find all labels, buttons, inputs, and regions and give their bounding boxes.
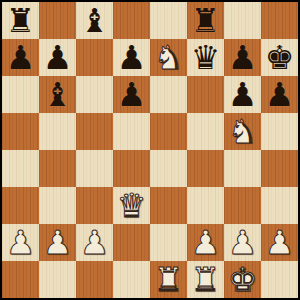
square-h4[interactable] xyxy=(261,150,298,187)
square-c4[interactable] xyxy=(76,150,113,187)
square-g3[interactable] xyxy=(224,187,261,224)
square-c8[interactable]: ♝ xyxy=(76,2,113,39)
square-a7[interactable]: ♟ xyxy=(2,39,39,76)
square-a4[interactable] xyxy=(2,150,39,187)
square-h8[interactable] xyxy=(261,2,298,39)
square-f6[interactable] xyxy=(187,76,224,113)
square-b7[interactable]: ♟ xyxy=(39,39,76,76)
square-d2[interactable] xyxy=(113,224,150,261)
square-g5[interactable]: ♞ xyxy=(224,113,261,150)
square-f4[interactable] xyxy=(187,150,224,187)
square-c6[interactable] xyxy=(76,76,113,113)
square-e3[interactable] xyxy=(150,187,187,224)
white-queen-icon[interactable]: ♛ xyxy=(117,187,147,224)
white-pawn-icon[interactable]: ♟ xyxy=(191,224,221,261)
square-e4[interactable] xyxy=(150,150,187,187)
black-queen-icon[interactable]: ♛ xyxy=(191,39,221,76)
square-g2[interactable]: ♟ xyxy=(224,224,261,261)
square-a1[interactable] xyxy=(2,261,39,298)
square-e8[interactable] xyxy=(150,2,187,39)
square-e1[interactable]: ♜ xyxy=(150,261,187,298)
square-b3[interactable] xyxy=(39,187,76,224)
square-f1[interactable]: ♜ xyxy=(187,261,224,298)
square-d3[interactable]: ♛ xyxy=(113,187,150,224)
black-bishop-icon[interactable]: ♝ xyxy=(43,76,73,113)
square-c2[interactable]: ♟ xyxy=(76,224,113,261)
square-f2[interactable]: ♟ xyxy=(187,224,224,261)
black-rook-icon[interactable]: ♜ xyxy=(191,2,221,39)
square-a8[interactable]: ♜ xyxy=(2,2,39,39)
square-a2[interactable]: ♟ xyxy=(2,224,39,261)
square-g1[interactable]: ♚ xyxy=(224,261,261,298)
white-knight-icon[interactable]: ♞ xyxy=(228,113,258,150)
square-b6[interactable]: ♝ xyxy=(39,76,76,113)
square-b4[interactable] xyxy=(39,150,76,187)
white-king-icon[interactable]: ♚ xyxy=(228,261,258,298)
square-a6[interactable] xyxy=(2,76,39,113)
white-pawn-icon[interactable]: ♟ xyxy=(265,224,295,261)
black-pawn-icon[interactable]: ♟ xyxy=(43,39,73,76)
white-knight-icon[interactable]: ♞ xyxy=(154,39,184,76)
chess-board: ♜♝♜♟♟♟♞♛♟♚♝♟♟♟♞♛♟♟♟♟♟♟♜♜♚ xyxy=(2,2,298,298)
square-c3[interactable] xyxy=(76,187,113,224)
white-rook-icon[interactable]: ♜ xyxy=(191,261,221,298)
black-pawn-icon[interactable]: ♟ xyxy=(265,76,295,113)
white-pawn-icon[interactable]: ♟ xyxy=(228,224,258,261)
square-d4[interactable] xyxy=(113,150,150,187)
square-g6[interactable]: ♟ xyxy=(224,76,261,113)
square-b8[interactable] xyxy=(39,2,76,39)
square-a3[interactable] xyxy=(2,187,39,224)
square-f3[interactable] xyxy=(187,187,224,224)
square-h1[interactable] xyxy=(261,261,298,298)
square-d6[interactable]: ♟ xyxy=(113,76,150,113)
square-e6[interactable] xyxy=(150,76,187,113)
square-f7[interactable]: ♛ xyxy=(187,39,224,76)
black-pawn-icon[interactable]: ♟ xyxy=(117,76,147,113)
square-d1[interactable] xyxy=(113,261,150,298)
white-pawn-icon[interactable]: ♟ xyxy=(43,224,73,261)
black-pawn-icon[interactable]: ♟ xyxy=(117,39,147,76)
black-bishop-icon[interactable]: ♝ xyxy=(80,2,110,39)
black-pawn-icon[interactable]: ♟ xyxy=(228,76,258,113)
square-b5[interactable] xyxy=(39,113,76,150)
square-e2[interactable] xyxy=(150,224,187,261)
square-h2[interactable]: ♟ xyxy=(261,224,298,261)
square-h7[interactable]: ♚ xyxy=(261,39,298,76)
square-b2[interactable]: ♟ xyxy=(39,224,76,261)
square-a5[interactable] xyxy=(2,113,39,150)
black-king-icon[interactable]: ♚ xyxy=(265,39,295,76)
black-pawn-icon[interactable]: ♟ xyxy=(6,39,36,76)
square-h3[interactable] xyxy=(261,187,298,224)
white-rook-icon[interactable]: ♜ xyxy=(154,261,184,298)
black-pawn-icon[interactable]: ♟ xyxy=(228,39,258,76)
white-pawn-icon[interactable]: ♟ xyxy=(6,224,36,261)
square-g4[interactable] xyxy=(224,150,261,187)
square-e7[interactable]: ♞ xyxy=(150,39,187,76)
square-c7[interactable] xyxy=(76,39,113,76)
square-d7[interactable]: ♟ xyxy=(113,39,150,76)
square-e5[interactable] xyxy=(150,113,187,150)
white-pawn-icon[interactable]: ♟ xyxy=(80,224,110,261)
black-rook-icon[interactable]: ♜ xyxy=(6,2,36,39)
square-h5[interactable] xyxy=(261,113,298,150)
square-f5[interactable] xyxy=(187,113,224,150)
square-c5[interactable] xyxy=(76,113,113,150)
square-h6[interactable]: ♟ xyxy=(261,76,298,113)
square-g7[interactable]: ♟ xyxy=(224,39,261,76)
square-c1[interactable] xyxy=(76,261,113,298)
square-f8[interactable]: ♜ xyxy=(187,2,224,39)
square-d8[interactable] xyxy=(113,2,150,39)
board-frame: ♜♝♜♟♟♟♞♛♟♚♝♟♟♟♞♛♟♟♟♟♟♟♜♜♚ xyxy=(0,0,300,300)
square-b1[interactable] xyxy=(39,261,76,298)
square-g8[interactable] xyxy=(224,2,261,39)
square-d5[interactable] xyxy=(113,113,150,150)
